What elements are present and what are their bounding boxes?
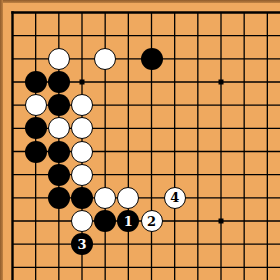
black-stone bbox=[48, 187, 70, 209]
move-number-label: 1 bbox=[124, 215, 133, 228]
star-point bbox=[219, 219, 224, 224]
white-stone bbox=[48, 48, 70, 70]
white-stone bbox=[71, 94, 93, 116]
black-stone bbox=[48, 71, 70, 93]
black-stone bbox=[141, 48, 163, 70]
white-stone bbox=[94, 187, 116, 209]
white-stone bbox=[25, 94, 47, 116]
white-stone bbox=[71, 210, 93, 232]
black-stone bbox=[25, 117, 47, 139]
black-stone bbox=[25, 71, 47, 93]
go-board-diagram: 4123 bbox=[0, 0, 280, 280]
move-number-label: 4 bbox=[170, 191, 179, 204]
black-stone bbox=[71, 187, 93, 209]
white-stone-move-4: 4 bbox=[164, 187, 186, 209]
move-number-label: 2 bbox=[147, 215, 156, 228]
white-stone-move-2: 2 bbox=[141, 210, 163, 232]
white-stone bbox=[94, 48, 116, 70]
move-number-label: 3 bbox=[77, 238, 86, 251]
white-stone bbox=[71, 141, 93, 163]
star-point bbox=[219, 80, 224, 85]
black-stone bbox=[48, 94, 70, 116]
star-point bbox=[80, 80, 85, 85]
black-stone-move-3: 3 bbox=[71, 233, 93, 255]
black-stone bbox=[48, 141, 70, 163]
white-stone bbox=[48, 117, 70, 139]
black-stone bbox=[94, 210, 116, 232]
white-stone bbox=[117, 187, 139, 209]
white-stone bbox=[71, 164, 93, 186]
black-stone bbox=[48, 164, 70, 186]
black-stone bbox=[25, 141, 47, 163]
board-grid bbox=[0, 0, 280, 280]
